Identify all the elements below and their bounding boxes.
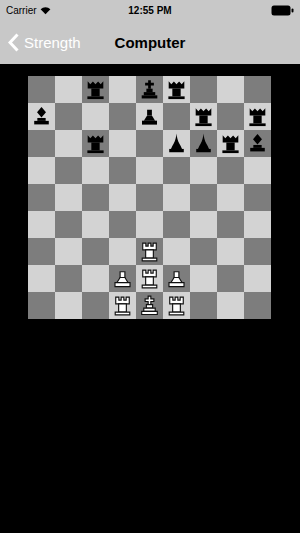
square-r6c6[interactable]: [163, 211, 190, 238]
square-r8c6[interactable]: [163, 265, 190, 292]
square-r8c8[interactable]: [217, 265, 244, 292]
black-rook[interactable]: [164, 77, 189, 102]
white-rook[interactable]: [110, 293, 135, 318]
square-r6c7[interactable]: [190, 211, 217, 238]
square-r7c2[interactable]: [55, 238, 82, 265]
app-screen: Carrier 12:55 PM Strength Computer: [0, 0, 300, 533]
back-button-strength[interactable]: Strength: [8, 20, 81, 64]
square-r5c6[interactable]: [163, 184, 190, 211]
white-king[interactable]: [137, 293, 162, 318]
square-r1c1[interactable]: [28, 76, 55, 103]
square-r2c2[interactable]: [55, 103, 82, 130]
square-r9c9[interactable]: [244, 292, 271, 319]
square-r5c4[interactable]: [109, 184, 136, 211]
square-r3c8[interactable]: [217, 130, 244, 157]
square-r2c3[interactable]: [82, 103, 109, 130]
square-r5c5[interactable]: [136, 184, 163, 211]
square-r7c1[interactable]: [28, 238, 55, 265]
square-r3c3[interactable]: [82, 130, 109, 157]
square-r9c3[interactable]: [82, 292, 109, 319]
square-r7c8[interactable]: [217, 238, 244, 265]
square-r3c4[interactable]: [109, 130, 136, 157]
game-view: [0, 64, 300, 533]
status-bar: Carrier 12:55 PM: [0, 0, 300, 20]
square-r2c6[interactable]: [163, 103, 190, 130]
square-r8c2[interactable]: [55, 265, 82, 292]
square-r8c7[interactable]: [190, 265, 217, 292]
black-bishop[interactable]: [245, 131, 270, 156]
black-knight[interactable]: [191, 131, 216, 156]
square-r6c1[interactable]: [28, 211, 55, 238]
square-r6c5[interactable]: [136, 211, 163, 238]
square-r5c2[interactable]: [55, 184, 82, 211]
white-pawn[interactable]: [164, 266, 189, 291]
square-r8c4[interactable]: [109, 265, 136, 292]
square-r6c3[interactable]: [82, 211, 109, 238]
white-rook[interactable]: [137, 239, 162, 264]
square-r2c8[interactable]: [217, 103, 244, 130]
square-r2c9[interactable]: [244, 103, 271, 130]
square-r7c6[interactable]: [163, 238, 190, 265]
square-r4c9[interactable]: [244, 157, 271, 184]
square-r4c5[interactable]: [136, 157, 163, 184]
square-r3c1[interactable]: [28, 130, 55, 157]
square-r6c4[interactable]: [109, 211, 136, 238]
white-pawn[interactable]: [110, 266, 135, 291]
square-r9c7[interactable]: [190, 292, 217, 319]
square-r1c4[interactable]: [109, 76, 136, 103]
square-r4c8[interactable]: [217, 157, 244, 184]
black-knight[interactable]: [164, 131, 189, 156]
clock: 12:55 PM: [0, 5, 300, 16]
square-r9c8[interactable]: [217, 292, 244, 319]
square-r5c7[interactable]: [190, 184, 217, 211]
back-button-label: Strength: [24, 34, 81, 51]
square-r8c3[interactable]: [82, 265, 109, 292]
white-rook[interactable]: [164, 293, 189, 318]
square-r3c7[interactable]: [190, 130, 217, 157]
square-r2c7[interactable]: [190, 103, 217, 130]
square-r5c9[interactable]: [244, 184, 271, 211]
square-r9c1[interactable]: [28, 292, 55, 319]
square-r7c4[interactable]: [109, 238, 136, 265]
square-r4c7[interactable]: [190, 157, 217, 184]
square-r1c9[interactable]: [244, 76, 271, 103]
square-r4c1[interactable]: [28, 157, 55, 184]
navigation-bar: Strength Computer: [0, 20, 300, 64]
square-r5c8[interactable]: [217, 184, 244, 211]
square-r4c6[interactable]: [163, 157, 190, 184]
square-r2c5[interactable]: [136, 103, 163, 130]
chess-board[interactable]: [28, 76, 271, 319]
square-r1c8[interactable]: [217, 76, 244, 103]
square-r2c4[interactable]: [109, 103, 136, 130]
square-r8c5[interactable]: [136, 265, 163, 292]
square-r1c7[interactable]: [190, 76, 217, 103]
square-r9c6[interactable]: [163, 292, 190, 319]
black-rook[interactable]: [83, 77, 108, 102]
black-king[interactable]: [137, 77, 162, 102]
square-r5c3[interactable]: [82, 184, 109, 211]
square-r5c1[interactable]: [28, 184, 55, 211]
black-rook[interactable]: [83, 131, 108, 156]
square-r8c1[interactable]: [28, 265, 55, 292]
chevron-left-icon: [8, 33, 19, 52]
square-r8c9[interactable]: [244, 265, 271, 292]
square-r3c5[interactable]: [136, 130, 163, 157]
black-pawn[interactable]: [137, 104, 162, 129]
square-r4c4[interactable]: [109, 157, 136, 184]
square-r7c3[interactable]: [82, 238, 109, 265]
square-r1c2[interactable]: [55, 76, 82, 103]
battery-icon: [271, 5, 294, 16]
black-rook[interactable]: [245, 104, 270, 129]
square-r4c2[interactable]: [55, 157, 82, 184]
square-r4c3[interactable]: [82, 157, 109, 184]
square-r6c9[interactable]: [244, 211, 271, 238]
square-r6c8[interactable]: [217, 211, 244, 238]
square-r7c5[interactable]: [136, 238, 163, 265]
square-r1c6[interactable]: [163, 76, 190, 103]
square-r1c5[interactable]: [136, 76, 163, 103]
square-r7c9[interactable]: [244, 238, 271, 265]
square-r6c2[interactable]: [55, 211, 82, 238]
black-rook[interactable]: [218, 131, 243, 156]
black-rook[interactable]: [191, 104, 216, 129]
square-r9c2[interactable]: [55, 292, 82, 319]
square-r9c4[interactable]: [109, 292, 136, 319]
black-bishop[interactable]: [29, 104, 54, 129]
square-r3c6[interactable]: [163, 130, 190, 157]
white-rook[interactable]: [137, 266, 162, 291]
square-r9c5[interactable]: [136, 292, 163, 319]
square-r3c9[interactable]: [244, 130, 271, 157]
square-r2c1[interactable]: [28, 103, 55, 130]
square-r3c2[interactable]: [55, 130, 82, 157]
square-r7c7[interactable]: [190, 238, 217, 265]
square-r1c3[interactable]: [82, 76, 109, 103]
